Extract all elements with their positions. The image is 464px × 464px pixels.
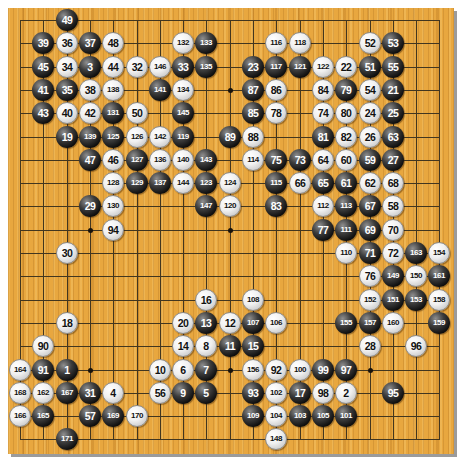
move-number: 69 [365,225,376,236]
move-number: 89 [225,132,236,143]
move-number: 92 [271,365,282,376]
stone-black: 89 [219,126,241,148]
move-number: 166 [14,412,26,420]
move-number: 155 [340,319,352,327]
move-number: 27 [388,155,399,166]
move-number: 16 [201,295,212,306]
move-number: 25 [388,108,399,119]
move-number: 78 [271,108,282,119]
stone-black: 123 [195,172,217,194]
stone-black: 113 [335,195,357,217]
move-number: 93 [248,388,259,399]
stone-white: 130 [102,195,124,217]
stone-black: 159 [428,312,450,334]
move-number: 135 [200,63,212,71]
stone-white: 46 [102,149,124,171]
stone-white: 96 [405,335,427,357]
stone-black: 37 [79,32,101,54]
stone-white: 164 [9,359,31,381]
move-number: 9 [180,388,185,399]
stone-black: 111 [335,219,357,241]
move-number: 114 [247,156,258,164]
move-number: 128 [107,179,119,187]
stone-white: 162 [32,382,54,404]
stone-black: 31 [79,382,101,404]
stone-white: 158 [428,289,450,311]
move-number: 26 [365,132,376,143]
move-number: 127 [131,156,143,164]
stone-black: 135 [195,56,217,78]
stone-black: 59 [359,149,381,171]
stone-white: 14 [172,335,194,357]
move-number: 39 [38,38,49,49]
move-number: 152 [364,296,376,304]
stone-white: 52 [359,32,381,54]
move-number: 63 [388,132,399,143]
move-number: 142 [154,133,166,141]
stone-white: 64 [312,149,334,171]
stone-white: 160 [382,312,404,334]
move-number: 137 [154,179,166,187]
move-number: 30 [62,248,73,259]
move-number: 156 [247,366,259,374]
move-number: 85 [248,108,259,119]
stone-white: 144 [172,172,194,194]
move-number: 66 [295,178,306,189]
stone-white: 168 [9,382,31,404]
stone-white: 116 [265,32,287,54]
move-number: 10 [155,365,166,376]
stone-white: 30 [56,242,78,264]
stone-black: 79 [335,79,357,101]
move-number: 125 [107,133,119,141]
stone-white: 6 [172,359,194,381]
stone-black: 115 [265,172,287,194]
move-number: 154 [433,249,445,257]
move-number: 112 [317,202,328,210]
stone-white: 90 [32,335,54,357]
stone-black: 163 [405,242,427,264]
stone-white: 60 [335,149,357,171]
move-number: 97 [341,365,352,376]
move-number: 96 [411,341,422,352]
stone-black: 117 [265,56,287,78]
move-number: 17 [295,388,306,399]
stone-white: 104 [265,405,287,427]
stone-white: 20 [172,312,194,334]
stone-white: 110 [335,242,357,264]
stone-black: 165 [32,405,54,427]
move-number: 53 [388,38,399,49]
move-number: 90 [38,341,49,352]
stone-white: 36 [56,32,78,54]
stone-black: 13 [195,312,217,334]
stone-black: 7 [195,359,217,381]
move-number: 42 [85,108,96,119]
stone-black: 63 [382,126,404,148]
stone-black: 35 [56,79,78,101]
move-number: 171 [61,435,73,443]
stone-black: 11 [219,335,241,357]
stone-white: 12 [219,312,241,334]
stone-black: 41 [32,79,54,101]
stone-white: 34 [56,56,78,78]
move-number: 60 [341,155,352,166]
move-number: 99 [318,365,329,376]
stone-black: 151 [382,289,404,311]
move-number: 5 [203,388,208,399]
stone-white: 68 [382,172,404,194]
stone-black: 131 [102,102,124,124]
move-number: 2 [343,388,348,399]
move-number: 49 [62,15,73,26]
stone-white: 58 [382,195,404,217]
move-number: 81 [318,132,329,143]
stone-white: 24 [359,102,381,124]
move-number: 150 [410,272,422,280]
move-number: 46 [108,155,119,166]
move-number: 12 [225,318,236,329]
move-number: 41 [38,85,49,96]
stone-black: 9 [172,382,194,404]
stone-black: 97 [335,359,357,381]
stone-white: 128 [102,172,124,194]
stone-white: 150 [405,265,427,287]
move-number: 160 [387,319,399,327]
stone-white: 120 [219,195,241,217]
move-number: 3 [87,62,92,73]
move-number: 22 [341,62,352,73]
stone-white: 152 [359,289,381,311]
move-number: 64 [318,155,329,166]
stone-black: 87 [242,79,264,101]
move-number: 58 [388,201,399,212]
stone-black: 49 [56,9,78,31]
move-number: 134 [177,86,189,94]
move-number: 109 [247,412,259,420]
stone-white: 18 [56,312,78,334]
stone-black: 69 [359,219,381,241]
stone-white: 54 [359,79,381,101]
move-number: 170 [131,412,143,420]
move-number: 35 [62,85,73,96]
move-number: 72 [388,248,399,259]
move-number: 118 [294,39,305,47]
move-number: 108 [247,296,259,304]
stone-white: 132 [172,32,194,54]
move-number: 82 [341,132,352,143]
stone-black: 51 [359,56,381,78]
move-number: 122 [317,63,329,71]
move-number: 7 [203,365,208,376]
move-number: 19 [62,132,73,143]
move-number: 84 [318,85,329,96]
stone-white: 48 [102,32,124,54]
move-number: 32 [132,62,143,73]
move-number: 20 [178,318,189,329]
stone-white: 82 [335,126,357,148]
move-number: 31 [85,388,96,399]
stone-white: 140 [172,149,194,171]
move-number: 133 [200,39,212,47]
stone-black: 157 [359,312,381,334]
stone-white: 100 [289,359,311,381]
move-number: 100 [294,366,306,374]
stone-black: 129 [126,172,148,194]
grid-vline [416,20,417,440]
stone-white: 170 [126,405,148,427]
stone-white: 94 [102,219,124,241]
move-number: 73 [295,155,306,166]
move-number: 54 [365,85,376,96]
move-number: 132 [177,39,189,47]
move-number: 44 [108,62,119,73]
stone-black: 67 [359,195,381,217]
move-number: 121 [294,63,306,71]
stone-black: 171 [56,428,78,450]
move-number: 158 [433,296,445,304]
move-number: 77 [318,225,329,236]
stone-white: 4 [102,382,124,404]
stone-black: 133 [195,32,217,54]
stone-black: 127 [126,149,148,171]
stone-black: 153 [405,289,427,311]
stone-white: 124 [219,172,241,194]
move-number: 71 [365,248,376,259]
move-number: 76 [365,271,376,282]
move-number: 95 [388,388,399,399]
move-number: 104 [270,412,282,420]
stone-white: 108 [242,289,264,311]
stone-white: 88 [242,126,264,148]
stone-black: 101 [335,405,357,427]
stone-black: 29 [79,195,101,217]
stone-black: 155 [335,312,357,334]
stone-white: 62 [359,172,381,194]
move-number: 15 [248,341,259,352]
move-number: 86 [271,85,282,96]
stone-white: 80 [335,102,357,124]
stone-white: 44 [102,56,124,78]
stone-white: 26 [359,126,381,148]
stone-black: 75 [265,149,287,171]
stone-black: 167 [56,382,78,404]
move-number: 143 [200,156,212,164]
star-point [88,368,93,373]
move-number: 38 [85,85,96,96]
move-number: 111 [341,226,352,234]
move-number: 124 [224,179,236,187]
move-number: 119 [177,133,188,141]
stone-black: 25 [382,102,404,124]
move-number: 48 [108,38,119,49]
move-number: 167 [61,389,73,397]
move-number: 101 [340,412,352,420]
move-number: 59 [365,155,376,166]
move-number: 131 [107,109,119,117]
move-number: 103 [294,412,306,420]
move-number: 65 [318,178,329,189]
stone-white: 16 [195,289,217,311]
move-number: 157 [364,319,376,327]
move-number: 79 [341,85,352,96]
stone-black: 19 [56,126,78,148]
stone-black: 71 [359,242,381,264]
stone-black: 15 [242,335,264,357]
move-number: 138 [107,86,119,94]
move-number: 98 [318,388,329,399]
move-number: 6 [180,365,185,376]
move-number: 147 [200,202,212,210]
stone-white: 10 [149,359,171,381]
move-number: 117 [270,63,281,71]
grid-hline [20,439,440,440]
stone-white: 40 [56,102,78,124]
move-number: 164 [14,366,26,374]
move-number: 136 [154,156,166,164]
move-number: 50 [132,108,143,119]
star-point [228,368,233,373]
stone-black: 53 [382,32,404,54]
move-number: 116 [270,39,281,47]
stone-black: 107 [242,312,264,334]
move-number: 129 [131,179,143,187]
stone-black: 27 [382,149,404,171]
stone-black: 61 [335,172,357,194]
stone-white: 74 [312,102,334,124]
stone-white: 92 [265,359,287,381]
move-number: 151 [387,296,399,304]
stone-white: 142 [149,126,171,148]
stone-black: 23 [242,56,264,78]
move-number: 36 [62,38,73,49]
move-number: 61 [341,178,352,189]
go-board[interactable]: 1234567891011121314151617181920212223242… [8,8,454,454]
stone-black: 119 [172,126,194,148]
stone-white: 114 [242,149,264,171]
stone-white: 98 [312,382,334,404]
stone-white: 154 [428,242,450,264]
stone-white: 118 [289,32,311,54]
stone-black: 83 [265,195,287,217]
stone-black: 103 [289,405,311,427]
move-number: 62 [365,178,376,189]
stone-black: 105 [312,405,334,427]
move-number: 153 [410,296,422,304]
stone-black: 1 [56,359,78,381]
stone-black: 169 [102,405,124,427]
move-number: 40 [62,108,73,119]
move-number: 8 [203,341,208,352]
move-number: 146 [154,63,166,71]
stone-white: 136 [149,149,171,171]
move-number: 88 [248,132,259,143]
move-number: 70 [388,225,399,236]
stone-black: 125 [102,126,124,148]
stone-black: 147 [195,195,217,217]
stone-white: 2 [335,382,357,404]
move-number: 37 [85,38,96,49]
stone-black: 73 [289,149,311,171]
move-number: 4 [110,388,115,399]
move-number: 123 [200,179,212,187]
kifu-page: { "game": "go", "diagram": { "type": "nu… [0,0,464,464]
stone-white: 72 [382,242,404,264]
stone-black: 21 [382,79,404,101]
move-number: 141 [154,86,166,94]
move-number: 74 [318,108,329,119]
stone-white: 84 [312,79,334,101]
move-number: 13 [201,318,212,329]
stone-white: 8 [195,335,217,357]
stone-white: 42 [79,102,101,124]
move-number: 45 [38,62,49,73]
stone-black: 47 [79,149,101,171]
stone-white: 112 [312,195,334,217]
stone-white: 106 [265,312,287,334]
move-number: 11 [225,341,235,352]
stone-white: 78 [265,102,287,124]
move-number: 110 [340,249,351,257]
stone-black: 57 [79,405,101,427]
move-number: 159 [433,319,445,327]
stone-black: 43 [32,102,54,124]
move-number: 105 [317,412,329,420]
stone-black: 121 [289,56,311,78]
move-number: 113 [340,202,351,210]
stone-black: 45 [32,56,54,78]
move-number: 163 [410,249,422,257]
stone-black: 77 [312,219,334,241]
stone-white: 166 [9,405,31,427]
stone-black: 55 [382,56,404,78]
stone-white: 66 [289,172,311,194]
move-number: 102 [270,389,282,397]
move-number: 29 [85,201,96,212]
stone-black: 161 [428,265,450,287]
move-number: 144 [177,179,189,187]
move-number: 140 [177,156,189,164]
stone-white: 156 [242,359,264,381]
stone-black: 139 [79,126,101,148]
stone-white: 56 [149,382,171,404]
move-number: 83 [271,201,282,212]
move-number: 162 [37,389,49,397]
move-number: 52 [365,38,376,49]
star-point [368,368,373,373]
move-number: 80 [341,108,352,119]
move-number: 106 [270,319,282,327]
move-number: 43 [38,108,49,119]
star-point [88,228,93,233]
move-number: 57 [85,411,96,422]
move-number: 168 [14,389,26,397]
stone-black: 39 [32,32,54,54]
move-number: 23 [248,62,259,73]
stone-black: 143 [195,149,217,171]
stone-white: 134 [172,79,194,101]
stone-black: 3 [79,56,101,78]
stone-black: 109 [242,405,264,427]
stone-black: 93 [242,382,264,404]
move-number: 87 [248,85,259,96]
star-point [228,88,233,93]
move-number: 24 [365,108,376,119]
move-number: 18 [62,318,73,329]
stone-white: 38 [79,79,101,101]
move-number: 28 [365,341,376,352]
stone-white: 50 [126,102,148,124]
